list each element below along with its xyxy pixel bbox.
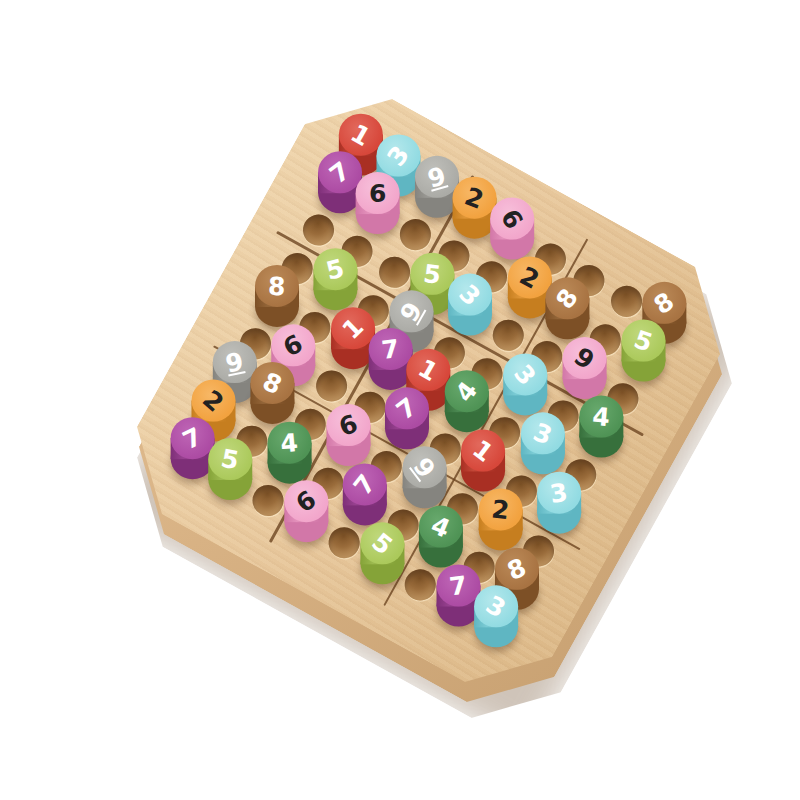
cell-r9c4[interactable]: 6 bbox=[277, 492, 336, 551]
peg-digit: 5 bbox=[368, 528, 397, 558]
peg-r7c2-brown-8[interactable]: 8 bbox=[250, 362, 294, 424]
peg-top-face: 3 bbox=[520, 413, 564, 455]
peg-digit: 3 bbox=[510, 360, 540, 389]
peg-hole bbox=[399, 564, 441, 606]
peg-top-face: 6 bbox=[271, 324, 315, 366]
peg-r8c3-green-4[interactable]: 4 bbox=[267, 421, 311, 483]
peg-digit: 7 bbox=[350, 470, 380, 499]
peg-top-face: 2 bbox=[191, 379, 235, 421]
peg-top-face: 4 bbox=[444, 371, 488, 413]
cell-r2c2[interactable]: 6 bbox=[348, 184, 407, 243]
peg-r5c8-cyan-3[interactable]: 3 bbox=[520, 413, 564, 475]
peg-r3c8-pink-9[interactable]: 9 bbox=[563, 337, 607, 399]
cell-r6c9[interactable]: 3 bbox=[530, 483, 589, 542]
peg-top-face: 3 bbox=[537, 472, 581, 514]
peg-digit: 8 bbox=[259, 368, 285, 398]
peg-digit: 6 bbox=[336, 411, 361, 441]
peg-top-face: 9 bbox=[402, 447, 446, 489]
cell-r4c9[interactable]: 4 bbox=[572, 407, 631, 466]
peg-top-face: 2 bbox=[478, 489, 522, 531]
peg-top-face: 8 bbox=[495, 548, 539, 590]
peg-digit: 6 bbox=[498, 204, 528, 232]
peg-r7c4-pink-6[interactable]: 6 bbox=[326, 404, 370, 466]
peg-digit: 4 bbox=[451, 377, 481, 406]
peg-r4c7-cyan-3[interactable]: 3 bbox=[504, 354, 548, 416]
peg-r2c7-brown-8[interactable]: 8 bbox=[546, 278, 590, 340]
peg-digit: 6 bbox=[280, 330, 307, 360]
peg-r8c7-green-4[interactable]: 4 bbox=[419, 506, 463, 568]
peg-digit: 4 bbox=[592, 404, 612, 430]
peg-digit: 5 bbox=[219, 445, 241, 473]
peg-digit: 2 bbox=[462, 183, 487, 213]
peg-digit: 7 bbox=[325, 157, 354, 187]
peg-digit: 8 bbox=[267, 273, 285, 299]
peg-digit: 2 bbox=[516, 262, 543, 292]
peg-digit: 3 bbox=[482, 592, 510, 622]
peg-digit: 7 bbox=[448, 572, 468, 599]
peg-r7c6-gray-9[interactable]: 9 bbox=[402, 447, 446, 509]
peg-r8c5-purple-7[interactable]: 7 bbox=[343, 463, 387, 525]
cell-r9c2[interactable]: 5 bbox=[201, 450, 260, 509]
cell-r2c9[interactable]: 5 bbox=[614, 331, 673, 390]
peg-r4c2-lime-5[interactable]: 5 bbox=[314, 248, 358, 310]
peg-digit: 6 bbox=[292, 486, 321, 516]
peg-digit: 9 bbox=[409, 453, 439, 482]
cell-r9c9[interactable]: 3 bbox=[467, 597, 526, 656]
peg-digit: 5 bbox=[324, 255, 347, 283]
peg-top-face: 5 bbox=[208, 438, 252, 480]
peg-top-face: 4 bbox=[267, 421, 311, 463]
peg-digit: 3 bbox=[456, 279, 486, 309]
peg-digit: 8 bbox=[504, 554, 530, 584]
peg-digit: 6 bbox=[369, 181, 386, 206]
peg-r7c8-orange-2[interactable]: 2 bbox=[478, 489, 522, 551]
peg-r1c5-pink-6[interactable]: 6 bbox=[491, 197, 535, 259]
peg-r6c7-red-1[interactable]: 1 bbox=[461, 430, 505, 492]
peg-r9c9-cyan-3[interactable]: 3 bbox=[474, 586, 518, 648]
peg-digit: 8 bbox=[651, 288, 679, 318]
peg-r5c1-brown-8[interactable]: 8 bbox=[255, 265, 299, 327]
peg-digit: 3 bbox=[384, 141, 414, 170]
peg-hole bbox=[323, 521, 365, 563]
peg-digit: 7 bbox=[380, 336, 400, 363]
sudoku-board: 1392687628553959348171436713986922474875… bbox=[106, 68, 752, 714]
peg-digit: 3 bbox=[549, 479, 570, 506]
peg-r9c6-lime-5[interactable]: 5 bbox=[360, 523, 404, 585]
peg-top-face: 9 bbox=[563, 337, 607, 379]
peg-r5c6-green-4[interactable]: 4 bbox=[444, 371, 488, 433]
peg-digit: 3 bbox=[530, 419, 555, 449]
peg-r9c4-pink-6[interactable]: 6 bbox=[284, 480, 328, 542]
cell-r3c5[interactable]: 3 bbox=[441, 285, 500, 344]
peg-top-face: 6 bbox=[356, 172, 400, 214]
peg-top-face: 6 bbox=[326, 404, 370, 446]
peg-top-face: 6 bbox=[284, 480, 328, 522]
peg-top-face: 9 bbox=[390, 290, 434, 332]
peg-r6c9-cyan-3[interactable]: 3 bbox=[537, 472, 581, 534]
peg-top-face: 5 bbox=[314, 248, 358, 290]
product-photo-scene: 1392687628553959348171436713986922474875… bbox=[0, 0, 800, 800]
peg-digit: 1 bbox=[347, 119, 375, 149]
peg-digit: 1 bbox=[338, 313, 368, 343]
peg-digit: 1 bbox=[469, 435, 498, 465]
peg-digit: 2 bbox=[490, 496, 510, 523]
peg-digit: 2 bbox=[199, 385, 229, 415]
peg-digit: 9 bbox=[396, 298, 426, 326]
peg-r2c9-lime-5[interactable]: 5 bbox=[622, 320, 666, 382]
peg-digit: 5 bbox=[631, 326, 656, 355]
peg-r9c2-lime-5[interactable]: 5 bbox=[208, 438, 252, 500]
peg-r2c2-pink-6[interactable]: 6 bbox=[356, 172, 400, 234]
peg-digit: 7 bbox=[179, 423, 206, 453]
peg-digit: 4 bbox=[428, 512, 454, 542]
peg-top-face: 8 bbox=[643, 282, 687, 324]
peg-digit: 7 bbox=[393, 393, 422, 423]
peg-digit: 5 bbox=[422, 260, 442, 287]
peg-r4c9-green-4[interactable]: 4 bbox=[580, 396, 624, 458]
peg-digit: 1 bbox=[415, 355, 443, 385]
peg-top-face: 5 bbox=[360, 523, 404, 565]
peg-digit: 9 bbox=[570, 342, 599, 372]
peg-digit: 9 bbox=[425, 162, 449, 191]
peg-digit: 8 bbox=[552, 284, 582, 313]
peg-top-face: 8 bbox=[255, 265, 299, 307]
peg-digit: 4 bbox=[280, 429, 300, 455]
peg-r3c5-cyan-3[interactable]: 3 bbox=[449, 273, 493, 335]
peg-digit: 9 bbox=[223, 348, 245, 376]
peg-r6c5-purple-7[interactable]: 7 bbox=[385, 387, 429, 449]
cell-r9c6[interactable]: 5 bbox=[353, 534, 412, 593]
